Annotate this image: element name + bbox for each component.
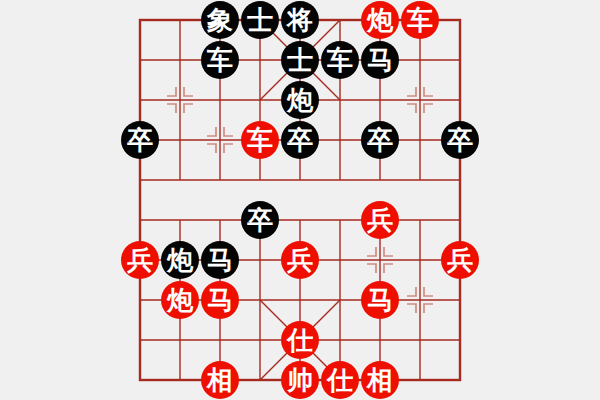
piece-red-chariot[interactable]: 车: [401, 1, 439, 39]
piece-black-cannon[interactable]: 炮: [161, 241, 199, 279]
piece-black-advisor[interactable]: 士: [281, 41, 319, 79]
piece-red-advisor[interactable]: 仕: [321, 361, 359, 399]
piece-black-chariot[interactable]: 车: [321, 41, 359, 79]
piece-black-horse[interactable]: 马: [361, 41, 399, 79]
piece-red-chariot[interactable]: 车: [241, 121, 279, 159]
piece-red-horse[interactable]: 马: [361, 281, 399, 319]
piece-red-soldier[interactable]: 兵: [361, 201, 399, 239]
xiangqi-screenshot: 象士将炮车车士车马炮卒车卒卒卒卒兵兵炮马兵兵炮马马仕相帅仕相: [0, 0, 600, 400]
piece-red-advisor[interactable]: 仕: [281, 321, 319, 359]
piece-black-horse[interactable]: 马: [201, 241, 239, 279]
piece-black-general[interactable]: 将: [281, 1, 319, 39]
piece-black-soldier[interactable]: 卒: [361, 121, 399, 159]
piece-red-general[interactable]: 帅: [281, 361, 319, 399]
xiangqi-board: 象士将炮车车士车马炮卒车卒卒卒卒兵兵炮马兵兵炮马马仕相帅仕相: [120, 0, 480, 400]
piece-black-soldier[interactable]: 卒: [241, 201, 279, 239]
piece-red-soldier[interactable]: 兵: [121, 241, 159, 279]
piece-red-elephant[interactable]: 相: [361, 361, 399, 399]
piece-red-cannon[interactable]: 炮: [361, 1, 399, 39]
piece-black-cannon[interactable]: 炮: [281, 81, 319, 119]
piece-black-soldier[interactable]: 卒: [441, 121, 479, 159]
piece-red-elephant[interactable]: 相: [201, 361, 239, 399]
piece-black-soldier[interactable]: 卒: [281, 121, 319, 159]
piece-red-cannon[interactable]: 炮: [161, 281, 199, 319]
piece-red-soldier[interactable]: 兵: [441, 241, 479, 279]
piece-black-elephant[interactable]: 象: [201, 1, 239, 39]
piece-black-advisor[interactable]: 士: [241, 1, 279, 39]
piece-black-soldier[interactable]: 卒: [121, 121, 159, 159]
piece-red-horse[interactable]: 马: [201, 281, 239, 319]
piece-red-soldier[interactable]: 兵: [281, 241, 319, 279]
piece-black-chariot[interactable]: 车: [201, 41, 239, 79]
